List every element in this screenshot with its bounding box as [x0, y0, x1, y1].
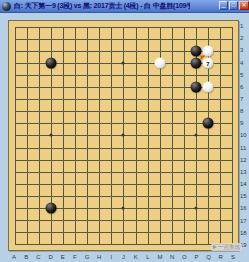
board-point-B2[interactable]	[21, 33, 33, 45]
board-point-S2[interactable]	[226, 33, 238, 45]
board-point-S7[interactable]	[226, 93, 238, 105]
board-point-M11[interactable]	[154, 142, 166, 154]
board-point-S9[interactable]	[226, 117, 238, 129]
board-point-H8[interactable]	[93, 105, 105, 117]
board-point-F18[interactable]	[69, 226, 81, 238]
board-point-R18[interactable]	[214, 226, 226, 238]
board-point-D3[interactable]	[45, 45, 57, 57]
board-point-G5[interactable]	[81, 69, 93, 81]
board-point-H9[interactable]	[93, 117, 105, 129]
board-point-L10[interactable]	[142, 129, 154, 141]
board-point-N2[interactable]	[166, 33, 178, 45]
board-point-E1[interactable]	[57, 21, 69, 33]
board-point-C1[interactable]	[33, 21, 45, 33]
board-point-H12[interactable]	[93, 154, 105, 166]
board-point-R15[interactable]	[214, 190, 226, 202]
board-point-A6[interactable]	[9, 81, 21, 93]
board-point-R16[interactable]	[214, 202, 226, 214]
board-point-B15[interactable]	[21, 190, 33, 202]
board-point-P8[interactable]	[190, 105, 202, 117]
board-point-E13[interactable]	[57, 166, 69, 178]
board-point-J14[interactable]	[117, 178, 129, 190]
board-point-C9[interactable]	[33, 117, 45, 129]
board-point-I7[interactable]	[105, 93, 117, 105]
board-point-R5[interactable]	[214, 69, 226, 81]
board-point-R6[interactable]	[214, 81, 226, 93]
board-point-E12[interactable]	[57, 154, 69, 166]
board-point-B9[interactable]	[21, 117, 33, 129]
board-point-C17[interactable]	[33, 214, 45, 226]
board-point-G19[interactable]	[81, 238, 93, 250]
board-point-K14[interactable]	[130, 178, 142, 190]
board-point-M1[interactable]	[154, 21, 166, 33]
board-point-S10[interactable]	[226, 129, 238, 141]
board-point-I17[interactable]	[105, 214, 117, 226]
board-point-J15[interactable]	[117, 190, 129, 202]
board-point-M10[interactable]	[154, 129, 166, 141]
board-point-G17[interactable]	[81, 214, 93, 226]
board-point-N11[interactable]	[166, 142, 178, 154]
board-point-H16[interactable]	[93, 202, 105, 214]
board-point-F12[interactable]	[69, 154, 81, 166]
board-point-J17[interactable]	[117, 214, 129, 226]
board-point-E16[interactable]	[57, 202, 69, 214]
board-point-A13[interactable]	[9, 166, 21, 178]
board-point-N19[interactable]	[166, 238, 178, 250]
board-point-O12[interactable]	[178, 154, 190, 166]
board-point-H15[interactable]	[93, 190, 105, 202]
board-point-E18[interactable]	[57, 226, 69, 238]
board-point-O11[interactable]	[178, 142, 190, 154]
board-point-C7[interactable]	[33, 93, 45, 105]
board-point-D4[interactable]	[45, 57, 57, 69]
board-point-C18[interactable]	[33, 226, 45, 238]
board-point-N12[interactable]	[166, 154, 178, 166]
go-board[interactable]: 7	[9, 21, 238, 250]
board-point-I12[interactable]	[105, 154, 117, 166]
board-point-C19[interactable]	[33, 238, 45, 250]
board-point-M8[interactable]	[154, 105, 166, 117]
board-point-O15[interactable]	[178, 190, 190, 202]
board-point-M2[interactable]	[154, 33, 166, 45]
board-point-I1[interactable]	[105, 21, 117, 33]
board-point-D10[interactable]	[45, 129, 57, 141]
board-point-C11[interactable]	[33, 142, 45, 154]
board-point-H18[interactable]	[93, 226, 105, 238]
board-point-Q10[interactable]	[202, 129, 214, 141]
board-point-L8[interactable]	[142, 105, 154, 117]
board-point-E6[interactable]	[57, 81, 69, 93]
board-point-P16[interactable]	[190, 202, 202, 214]
board-point-J3[interactable]	[117, 45, 129, 57]
board-point-I9[interactable]	[105, 117, 117, 129]
board-point-B16[interactable]	[21, 202, 33, 214]
board-point-N14[interactable]	[166, 178, 178, 190]
board-point-M6[interactable]	[154, 81, 166, 93]
board-point-P17[interactable]	[190, 214, 202, 226]
board-point-Q12[interactable]	[202, 154, 214, 166]
board-point-C10[interactable]	[33, 129, 45, 141]
board-point-B7[interactable]	[21, 93, 33, 105]
board-point-N9[interactable]	[166, 117, 178, 129]
board-point-K6[interactable]	[130, 81, 142, 93]
board-point-L14[interactable]	[142, 178, 154, 190]
board-point-C8[interactable]	[33, 105, 45, 117]
board-point-G14[interactable]	[81, 178, 93, 190]
board-point-J1[interactable]	[117, 21, 129, 33]
board-point-C4[interactable]	[33, 57, 45, 69]
board-point-J19[interactable]	[117, 238, 129, 250]
board-point-H11[interactable]	[93, 142, 105, 154]
board-point-N1[interactable]	[166, 21, 178, 33]
board-point-P5[interactable]	[190, 69, 202, 81]
board-point-J2[interactable]	[117, 33, 129, 45]
board-point-G8[interactable]	[81, 105, 93, 117]
board-point-B3[interactable]	[21, 45, 33, 57]
board-point-G16[interactable]	[81, 202, 93, 214]
board-point-J5[interactable]	[117, 69, 129, 81]
board-point-F19[interactable]	[69, 238, 81, 250]
board-point-K13[interactable]	[130, 166, 142, 178]
board-point-N4[interactable]	[166, 57, 178, 69]
board-point-H2[interactable]	[93, 33, 105, 45]
board-point-R14[interactable]	[214, 178, 226, 190]
board-point-L13[interactable]	[142, 166, 154, 178]
board-point-M16[interactable]	[154, 202, 166, 214]
board-point-M17[interactable]	[154, 214, 166, 226]
board-point-B8[interactable]	[21, 105, 33, 117]
board-point-O16[interactable]	[178, 202, 190, 214]
board-point-O4[interactable]	[178, 57, 190, 69]
board-point-P14[interactable]	[190, 178, 202, 190]
board-point-S17[interactable]	[226, 214, 238, 226]
board-point-K15[interactable]	[130, 190, 142, 202]
board-point-C12[interactable]	[33, 154, 45, 166]
board-point-D12[interactable]	[45, 154, 57, 166]
board-point-I3[interactable]	[105, 45, 117, 57]
board-point-D15[interactable]	[45, 190, 57, 202]
board-point-G11[interactable]	[81, 142, 93, 154]
board-point-K3[interactable]	[130, 45, 142, 57]
board-point-S16[interactable]	[226, 202, 238, 214]
board-point-Q6[interactable]	[202, 81, 214, 93]
board-point-J16[interactable]	[117, 202, 129, 214]
board-point-R4[interactable]	[214, 57, 226, 69]
board-point-O9[interactable]	[178, 117, 190, 129]
board-point-A14[interactable]	[9, 178, 21, 190]
board-point-G10[interactable]	[81, 129, 93, 141]
board-point-O18[interactable]	[178, 226, 190, 238]
board-point-B19[interactable]	[21, 238, 33, 250]
minimize-button[interactable]: _	[219, 1, 228, 10]
board-point-F1[interactable]	[69, 21, 81, 33]
board-point-J11[interactable]	[117, 142, 129, 154]
board-point-K12[interactable]	[130, 154, 142, 166]
board-point-Q2[interactable]	[202, 33, 214, 45]
board-point-D17[interactable]	[45, 214, 57, 226]
board-point-Q1[interactable]	[202, 21, 214, 33]
board-point-A10[interactable]	[9, 129, 21, 141]
board-point-S8[interactable]	[226, 105, 238, 117]
board-point-N18[interactable]	[166, 226, 178, 238]
board-point-R8[interactable]	[214, 105, 226, 117]
board-point-S13[interactable]	[226, 166, 238, 178]
board-point-Q16[interactable]	[202, 202, 214, 214]
board-point-E9[interactable]	[57, 117, 69, 129]
board-point-L2[interactable]	[142, 33, 154, 45]
board-point-R2[interactable]	[214, 33, 226, 45]
board-point-S11[interactable]	[226, 142, 238, 154]
board-point-O5[interactable]	[178, 69, 190, 81]
board-point-K9[interactable]	[130, 117, 142, 129]
board-point-K8[interactable]	[130, 105, 142, 117]
board-point-K17[interactable]	[130, 214, 142, 226]
board-point-D2[interactable]	[45, 33, 57, 45]
board-point-D18[interactable]	[45, 226, 57, 238]
board-point-H17[interactable]	[93, 214, 105, 226]
board-point-D1[interactable]	[45, 21, 57, 33]
board-point-E17[interactable]	[57, 214, 69, 226]
board-point-E7[interactable]	[57, 93, 69, 105]
board-point-K16[interactable]	[130, 202, 142, 214]
board-point-H5[interactable]	[93, 69, 105, 81]
board-point-J13[interactable]	[117, 166, 129, 178]
board-point-M7[interactable]	[154, 93, 166, 105]
board-point-Q17[interactable]	[202, 214, 214, 226]
board-point-A8[interactable]	[9, 105, 21, 117]
board-point-B11[interactable]	[21, 142, 33, 154]
board-point-L4[interactable]	[142, 57, 154, 69]
board-point-S14[interactable]	[226, 178, 238, 190]
board-point-O3[interactable]	[178, 45, 190, 57]
board-point-M12[interactable]	[154, 154, 166, 166]
board-point-A11[interactable]	[9, 142, 21, 154]
board-point-E19[interactable]	[57, 238, 69, 250]
board-point-F17[interactable]	[69, 214, 81, 226]
board-point-P12[interactable]	[190, 154, 202, 166]
board-point-N8[interactable]	[166, 105, 178, 117]
board-point-S3[interactable]	[226, 45, 238, 57]
board-point-R3[interactable]	[214, 45, 226, 57]
board-point-B18[interactable]	[21, 226, 33, 238]
board-point-H13[interactable]	[93, 166, 105, 178]
board-point-O14[interactable]	[178, 178, 190, 190]
board-point-N17[interactable]	[166, 214, 178, 226]
board-point-R12[interactable]	[214, 154, 226, 166]
board-point-E8[interactable]	[57, 105, 69, 117]
board-point-M19[interactable]	[154, 238, 166, 250]
board-point-R7[interactable]	[214, 93, 226, 105]
board-point-I13[interactable]	[105, 166, 117, 178]
board-point-E2[interactable]	[57, 33, 69, 45]
board-point-J4[interactable]	[117, 57, 129, 69]
board-point-M4[interactable]	[154, 57, 166, 69]
board-point-P2[interactable]	[190, 33, 202, 45]
board-point-F10[interactable]	[69, 129, 81, 141]
board-point-B5[interactable]	[21, 69, 33, 81]
board-point-K11[interactable]	[130, 142, 142, 154]
board-point-Q14[interactable]	[202, 178, 214, 190]
board-point-K2[interactable]	[130, 33, 142, 45]
board-point-D13[interactable]	[45, 166, 57, 178]
board-point-I18[interactable]	[105, 226, 117, 238]
board-point-A5[interactable]	[9, 69, 21, 81]
board-point-F3[interactable]	[69, 45, 81, 57]
board-point-Q13[interactable]	[202, 166, 214, 178]
board-point-N16[interactable]	[166, 202, 178, 214]
board-point-J8[interactable]	[117, 105, 129, 117]
board-point-K7[interactable]	[130, 93, 142, 105]
board-point-S18[interactable]	[226, 226, 238, 238]
board-point-E11[interactable]	[57, 142, 69, 154]
board-point-C15[interactable]	[33, 190, 45, 202]
board-point-Q4[interactable]: 7	[202, 57, 214, 69]
board-point-A12[interactable]	[9, 154, 21, 166]
board-point-S1[interactable]	[226, 21, 238, 33]
board-point-C16[interactable]	[33, 202, 45, 214]
board-point-H6[interactable]	[93, 81, 105, 93]
board-point-A4[interactable]	[9, 57, 21, 69]
board-point-I14[interactable]	[105, 178, 117, 190]
board-point-S6[interactable]	[226, 81, 238, 93]
board-point-F5[interactable]	[69, 69, 81, 81]
board-point-E15[interactable]	[57, 190, 69, 202]
board-point-R10[interactable]	[214, 129, 226, 141]
board-point-K5[interactable]	[130, 69, 142, 81]
board-point-K1[interactable]	[130, 21, 142, 33]
board-point-A17[interactable]	[9, 214, 21, 226]
board-point-R13[interactable]	[214, 166, 226, 178]
board-point-D5[interactable]	[45, 69, 57, 81]
board-point-R1[interactable]	[214, 21, 226, 33]
board-point-M18[interactable]	[154, 226, 166, 238]
board-point-P6[interactable]	[190, 81, 202, 93]
board-point-F11[interactable]	[69, 142, 81, 154]
board-point-A9[interactable]	[9, 117, 21, 129]
board-point-L15[interactable]	[142, 190, 154, 202]
board-point-S12[interactable]	[226, 154, 238, 166]
board-point-F13[interactable]	[69, 166, 81, 178]
board-point-A2[interactable]	[9, 33, 21, 45]
board-point-I6[interactable]	[105, 81, 117, 93]
board-point-F9[interactable]	[69, 117, 81, 129]
board-point-P1[interactable]	[190, 21, 202, 33]
board-point-K19[interactable]	[130, 238, 142, 250]
board-point-S15[interactable]	[226, 190, 238, 202]
board-point-I5[interactable]	[105, 69, 117, 81]
board-point-N7[interactable]	[166, 93, 178, 105]
board-point-B13[interactable]	[21, 166, 33, 178]
board-point-L1[interactable]	[142, 21, 154, 33]
board-point-M14[interactable]	[154, 178, 166, 190]
board-point-F4[interactable]	[69, 57, 81, 69]
board-point-M9[interactable]	[154, 117, 166, 129]
board-point-K4[interactable]	[130, 57, 142, 69]
board-point-N6[interactable]	[166, 81, 178, 93]
board-point-G3[interactable]	[81, 45, 93, 57]
board-point-N13[interactable]	[166, 166, 178, 178]
board-point-M15[interactable]	[154, 190, 166, 202]
board-point-B17[interactable]	[21, 214, 33, 226]
board-point-E4[interactable]	[57, 57, 69, 69]
board-point-K10[interactable]	[130, 129, 142, 141]
board-point-P7[interactable]	[190, 93, 202, 105]
board-point-B14[interactable]	[21, 178, 33, 190]
board-point-B1[interactable]	[21, 21, 33, 33]
board-point-F16[interactable]	[69, 202, 81, 214]
board-point-L19[interactable]	[142, 238, 154, 250]
board-point-M5[interactable]	[154, 69, 166, 81]
board-point-E14[interactable]	[57, 178, 69, 190]
board-point-G15[interactable]	[81, 190, 93, 202]
board-point-F15[interactable]	[69, 190, 81, 202]
board-point-Q8[interactable]	[202, 105, 214, 117]
board-point-R17[interactable]	[214, 214, 226, 226]
board-point-J6[interactable]	[117, 81, 129, 93]
board-point-C14[interactable]	[33, 178, 45, 190]
board-point-I16[interactable]	[105, 202, 117, 214]
board-point-L3[interactable]	[142, 45, 154, 57]
board-point-O2[interactable]	[178, 33, 190, 45]
board-point-H1[interactable]	[93, 21, 105, 33]
board-point-B4[interactable]	[21, 57, 33, 69]
board-point-N15[interactable]	[166, 190, 178, 202]
board-point-E3[interactable]	[57, 45, 69, 57]
board-point-I10[interactable]	[105, 129, 117, 141]
board-point-P15[interactable]	[190, 190, 202, 202]
board-point-B10[interactable]	[21, 129, 33, 141]
board-point-Q18[interactable]	[202, 226, 214, 238]
board-point-L9[interactable]	[142, 117, 154, 129]
board-point-L18[interactable]	[142, 226, 154, 238]
board-point-O19[interactable]	[178, 238, 190, 250]
board-point-E5[interactable]	[57, 69, 69, 81]
board-point-C3[interactable]	[33, 45, 45, 57]
board-point-O8[interactable]	[178, 105, 190, 117]
board-point-D7[interactable]	[45, 93, 57, 105]
board-point-A1[interactable]	[9, 21, 21, 33]
board-point-I19[interactable]	[105, 238, 117, 250]
board-point-D9[interactable]	[45, 117, 57, 129]
board-point-G6[interactable]	[81, 81, 93, 93]
board-point-L6[interactable]	[142, 81, 154, 93]
board-point-A19[interactable]	[9, 238, 21, 250]
board-point-G13[interactable]	[81, 166, 93, 178]
board-point-C6[interactable]	[33, 81, 45, 93]
board-point-Q15[interactable]	[202, 190, 214, 202]
board-point-L11[interactable]	[142, 142, 154, 154]
board-point-H3[interactable]	[93, 45, 105, 57]
board-point-F8[interactable]	[69, 105, 81, 117]
board-point-O6[interactable]	[178, 81, 190, 93]
board-point-A18[interactable]	[9, 226, 21, 238]
board-point-F7[interactable]	[69, 93, 81, 105]
board-point-A16[interactable]	[9, 202, 21, 214]
board-point-M13[interactable]	[154, 166, 166, 178]
board-point-E10[interactable]	[57, 129, 69, 141]
board-point-D16[interactable]	[45, 202, 57, 214]
board-point-J10[interactable]	[117, 129, 129, 141]
board-point-L7[interactable]	[142, 93, 154, 105]
board-point-P19[interactable]	[190, 238, 202, 250]
board-point-H19[interactable]	[93, 238, 105, 250]
board-point-G18[interactable]	[81, 226, 93, 238]
board-point-J9[interactable]	[117, 117, 129, 129]
board-point-C2[interactable]	[33, 33, 45, 45]
board-point-F14[interactable]	[69, 178, 81, 190]
board-point-G1[interactable]	[81, 21, 93, 33]
board-point-O17[interactable]	[178, 214, 190, 226]
